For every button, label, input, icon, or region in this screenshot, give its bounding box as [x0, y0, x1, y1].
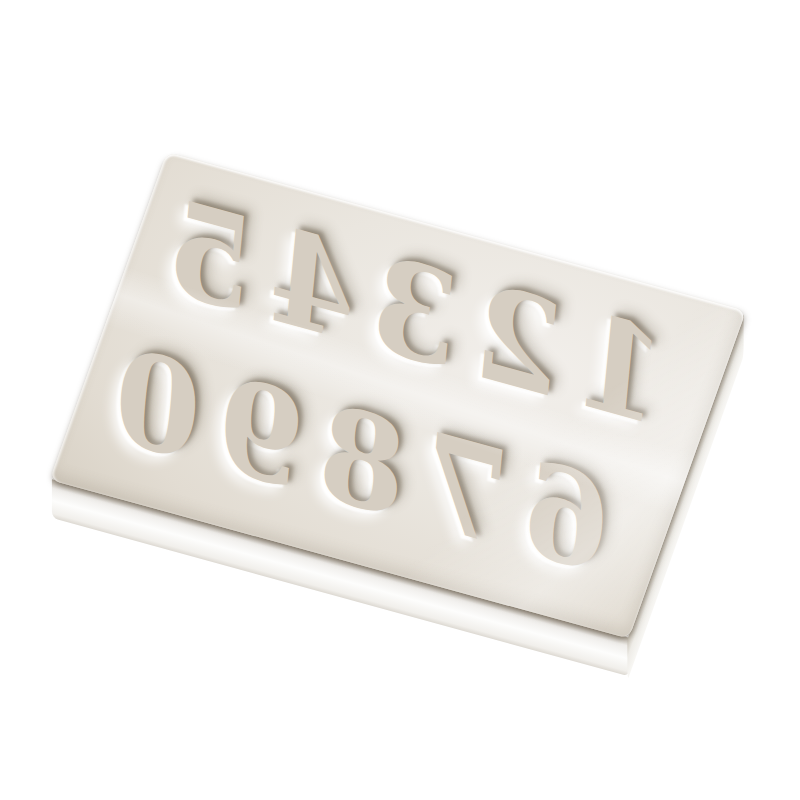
silicone-mold: 1 2 3 4 5 6 7 8 9 0 [50, 152, 746, 639]
mold-face: 1 2 3 4 5 6 7 8 9 0 [50, 152, 746, 639]
product-photo: 1 2 3 4 5 6 7 8 9 0 [0, 0, 800, 800]
mold-cavity-layer: 1 2 3 4 5 6 7 8 9 0 [50, 152, 746, 639]
